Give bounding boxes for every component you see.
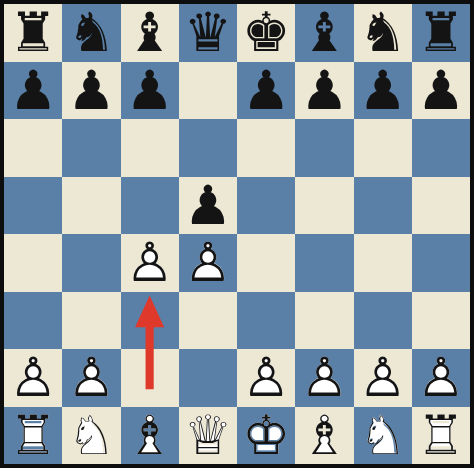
square-e8[interactable]: ♚ [237, 4, 295, 62]
square-d4[interactable]: ♟♙ [179, 234, 237, 292]
black-pawn[interactable]: ♟ [300, 62, 348, 119]
square-f3[interactable] [295, 292, 353, 350]
square-f4[interactable] [295, 234, 353, 292]
square-h4[interactable] [412, 234, 470, 292]
square-g2[interactable]: ♟♙ [354, 349, 412, 407]
white-rook[interactable]: ♜♖ [9, 407, 57, 464]
white-knight[interactable]: ♞♘ [358, 407, 406, 464]
square-g3[interactable] [354, 292, 412, 350]
square-f8[interactable]: ♝ [295, 4, 353, 62]
square-c2[interactable] [121, 349, 179, 407]
square-e4[interactable] [237, 234, 295, 292]
white-knight[interactable]: ♞♘ [67, 407, 115, 464]
chess-board: ♜♞♝♛♚♝♞♜♟♟♟♟♟♟♟♟♟♙♟♙♟♙♟♙♟♙♟♙♟♙♟♙♜♖♞♘♝♗♛♕… [0, 0, 474, 468]
square-b7[interactable]: ♟ [62, 62, 120, 120]
square-c6[interactable] [121, 119, 179, 177]
square-h6[interactable] [412, 119, 470, 177]
square-h8[interactable]: ♜ [412, 4, 470, 62]
square-d6[interactable] [179, 119, 237, 177]
square-a1[interactable]: ♜♖ [4, 407, 62, 465]
black-knight[interactable]: ♞ [67, 4, 115, 61]
square-a7[interactable]: ♟ [4, 62, 62, 120]
white-pawn[interactable]: ♟♙ [417, 349, 465, 406]
square-c3[interactable] [121, 292, 179, 350]
square-b5[interactable] [62, 177, 120, 235]
square-g8[interactable]: ♞ [354, 4, 412, 62]
square-c1[interactable]: ♝♗ [121, 407, 179, 465]
square-b3[interactable] [62, 292, 120, 350]
square-e5[interactable] [237, 177, 295, 235]
black-pawn[interactable]: ♟ [9, 62, 57, 119]
black-pawn[interactable]: ♟ [358, 62, 406, 119]
square-b1[interactable]: ♞♘ [62, 407, 120, 465]
square-e7[interactable]: ♟ [237, 62, 295, 120]
square-h1[interactable]: ♜♖ [412, 407, 470, 465]
square-g6[interactable] [354, 119, 412, 177]
square-d7[interactable] [179, 62, 237, 120]
square-f1[interactable]: ♝♗ [295, 407, 353, 465]
square-c7[interactable]: ♟ [121, 62, 179, 120]
white-pawn[interactable]: ♟♙ [242, 349, 290, 406]
square-a4[interactable] [4, 234, 62, 292]
black-pawn[interactable]: ♟ [67, 62, 115, 119]
square-e6[interactable] [237, 119, 295, 177]
black-pawn[interactable]: ♟ [242, 62, 290, 119]
square-f2[interactable]: ♟♙ [295, 349, 353, 407]
square-g7[interactable]: ♟ [354, 62, 412, 120]
square-a2[interactable]: ♟♙ [4, 349, 62, 407]
square-c5[interactable] [121, 177, 179, 235]
black-queen[interactable]: ♛ [184, 4, 232, 61]
black-pawn[interactable]: ♟ [184, 177, 232, 234]
square-a8[interactable]: ♜ [4, 4, 62, 62]
square-d1[interactable]: ♛♕ [179, 407, 237, 465]
square-c4[interactable]: ♟♙ [121, 234, 179, 292]
black-rook[interactable]: ♜ [9, 4, 57, 61]
square-b2[interactable]: ♟♙ [62, 349, 120, 407]
white-bishop[interactable]: ♝♗ [300, 407, 348, 464]
black-bishop[interactable]: ♝ [300, 4, 348, 61]
white-pawn[interactable]: ♟♙ [300, 349, 348, 406]
black-king[interactable]: ♚ [242, 4, 290, 61]
square-e2[interactable]: ♟♙ [237, 349, 295, 407]
square-g5[interactable] [354, 177, 412, 235]
square-f6[interactable] [295, 119, 353, 177]
black-rook[interactable]: ♜ [417, 4, 465, 61]
square-a5[interactable] [4, 177, 62, 235]
white-rook[interactable]: ♜♖ [417, 407, 465, 464]
square-d3[interactable] [179, 292, 237, 350]
white-bishop[interactable]: ♝♗ [125, 407, 173, 464]
white-pawn[interactable]: ♟♙ [358, 349, 406, 406]
square-f5[interactable] [295, 177, 353, 235]
square-b8[interactable]: ♞ [62, 4, 120, 62]
black-pawn[interactable]: ♟ [417, 62, 465, 119]
square-e3[interactable] [237, 292, 295, 350]
white-pawn[interactable]: ♟♙ [67, 349, 115, 406]
square-d5[interactable]: ♟ [179, 177, 237, 235]
square-a3[interactable] [4, 292, 62, 350]
square-a6[interactable] [4, 119, 62, 177]
square-g4[interactable] [354, 234, 412, 292]
square-f7[interactable]: ♟ [295, 62, 353, 120]
white-king[interactable]: ♚♔ [242, 407, 290, 464]
white-queen[interactable]: ♛♕ [184, 407, 232, 464]
square-d2[interactable] [179, 349, 237, 407]
white-pawn[interactable]: ♟♙ [125, 234, 173, 291]
black-bishop[interactable]: ♝ [125, 4, 173, 61]
square-h2[interactable]: ♟♙ [412, 349, 470, 407]
square-c8[interactable]: ♝ [121, 4, 179, 62]
square-h5[interactable] [412, 177, 470, 235]
white-pawn[interactable]: ♟♙ [9, 349, 57, 406]
black-knight[interactable]: ♞ [358, 4, 406, 61]
white-pawn[interactable]: ♟♙ [184, 234, 232, 291]
board-grid: ♜♞♝♛♚♝♞♜♟♟♟♟♟♟♟♟♟♙♟♙♟♙♟♙♟♙♟♙♟♙♟♙♜♖♞♘♝♗♛♕… [4, 4, 470, 464]
square-h7[interactable]: ♟ [412, 62, 470, 120]
square-d8[interactable]: ♛ [179, 4, 237, 62]
square-b6[interactable] [62, 119, 120, 177]
square-g1[interactable]: ♞♘ [354, 407, 412, 465]
black-pawn[interactable]: ♟ [125, 62, 173, 119]
square-h3[interactable] [412, 292, 470, 350]
square-e1[interactable]: ♚♔ [237, 407, 295, 465]
square-b4[interactable] [62, 234, 120, 292]
